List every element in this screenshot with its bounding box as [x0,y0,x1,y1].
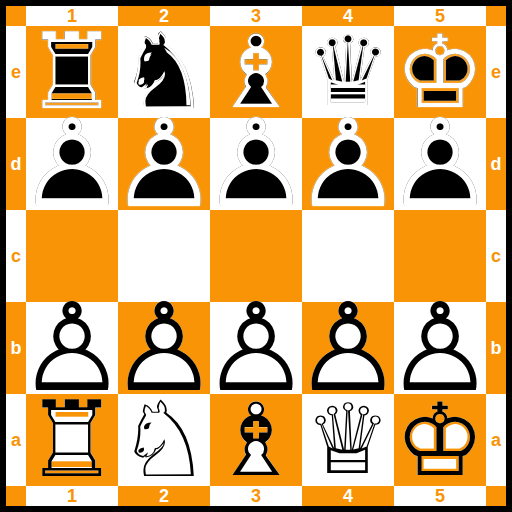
square-a1[interactable]: ♜♖ [26,394,118,486]
square-a4[interactable]: ♛♕ [302,394,394,486]
chessboard-frame: 12345e♜♖♞♘♝♗♛♕♚♔ed♟♙♟♙♟♙♟♙♟♙dccb♟♙♟♙♟♙♟♙… [0,0,512,512]
square-a2[interactable]: ♞♘ [118,394,210,486]
board-grid: 12345e♜♖♞♘♝♗♛♕♚♔ed♟♙♟♙♟♙♟♙♟♙dccb♟♙♟♙♟♙♟♙… [6,6,506,506]
square-d5[interactable]: ♟♙ [394,118,486,210]
square-b5[interactable]: ♟♙ [394,302,486,394]
square-a5[interactable]: ♚♔ [394,394,486,486]
piece-outline-glyph: ♔ [385,385,495,495]
square-a3[interactable]: ♝♗ [210,394,302,486]
white-king: ♚♔ [385,385,495,495]
